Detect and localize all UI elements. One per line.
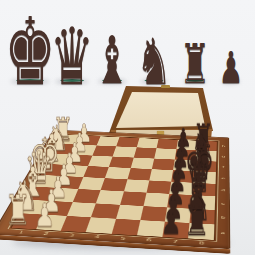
file-label: b	[217, 210, 230, 225]
black-r-piece: ♜	[183, 200, 210, 242]
dark-queen-icon: ♛	[50, 28, 94, 87]
white-r-piece: ♜	[5, 190, 31, 231]
dark-rook-icon: ♜	[180, 44, 211, 85]
dark-bishop-icon: ♝	[94, 36, 131, 86]
black-p-piece: ♟	[161, 207, 182, 240]
dark-pawn-icon: ♟	[219, 51, 243, 84]
square	[120, 191, 146, 205]
board-plane: 12345678 hgfedcba ♜♞♝♚♛♝♞♜♟♟♟♟♟♟♟♟♟♟♟♟♟♟…	[0, 130, 231, 254]
chess-set-photo: ♚♛♝♞♜♟ 12345678 hgfedcba ♜♞♝♚♛♝♞♜♟♟♟♟♟♟♟…	[0, 0, 255, 255]
dark-king-icon: ♚	[4, 18, 56, 88]
white-p-piece: ♟	[34, 200, 55, 232]
dark-pieces-lineup: ♚♛♝♞♜♟	[0, 0, 255, 84]
dark-knight-icon: ♞	[136, 38, 172, 86]
square	[111, 219, 140, 236]
square	[116, 205, 144, 220]
